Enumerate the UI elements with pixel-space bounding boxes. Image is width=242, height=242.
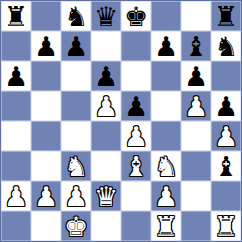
square-b3[interactable] <box>31 151 61 181</box>
black-bishop-piece[interactable]: ♝ <box>214 153 238 180</box>
white-pawn-piece[interactable]: ♟ <box>94 93 118 120</box>
black-rook-piece[interactable]: ♜ <box>214 3 238 30</box>
square-f5[interactable] <box>151 91 181 121</box>
square-g7[interactable]: ♝ <box>181 31 211 61</box>
square-a2[interactable]: ♟ <box>1 181 31 211</box>
square-c8[interactable]: ♞ <box>61 1 91 31</box>
white-bishop-piece[interactable]: ♝ <box>124 153 148 180</box>
square-b4[interactable] <box>31 121 61 151</box>
square-b2[interactable]: ♟ <box>31 181 61 211</box>
square-c4[interactable] <box>61 121 91 151</box>
square-h1[interactable]: ♜ <box>211 211 241 241</box>
square-f1[interactable]: ♜ <box>151 211 181 241</box>
black-knight-piece[interactable]: ♞ <box>214 33 238 60</box>
square-h5[interactable]: ♟ <box>211 91 241 121</box>
square-g1[interactable] <box>181 211 211 241</box>
white-knight-piece[interactable]: ♞ <box>64 153 88 180</box>
square-e3[interactable]: ♝ <box>121 151 151 181</box>
white-pawn-piece[interactable]: ♟ <box>214 123 238 150</box>
white-pawn-piece[interactable]: ♟ <box>184 93 208 120</box>
square-b7[interactable]: ♟ <box>31 31 61 61</box>
chess-board: ♜♞♛♚♜♟♟♟♝♞♟♟♟♟♟♟♟♟♟♞♝♞♝♟♟♟♛♟♚♜♜ <box>0 0 242 242</box>
square-c2[interactable]: ♟ <box>61 181 91 211</box>
square-c5[interactable] <box>61 91 91 121</box>
white-pawn-piece[interactable]: ♟ <box>4 183 28 210</box>
square-f3[interactable]: ♞ <box>151 151 181 181</box>
square-a3[interactable] <box>1 151 31 181</box>
square-a4[interactable] <box>1 121 31 151</box>
square-f6[interactable] <box>151 61 181 91</box>
square-a6[interactable]: ♟ <box>1 61 31 91</box>
black-bishop-piece[interactable]: ♝ <box>184 33 208 60</box>
black-pawn-piece[interactable]: ♟ <box>154 33 178 60</box>
square-g8[interactable] <box>181 1 211 31</box>
square-a7[interactable] <box>1 31 31 61</box>
square-c3[interactable]: ♞ <box>61 151 91 181</box>
white-queen-piece[interactable]: ♛ <box>94 183 118 210</box>
square-a1[interactable] <box>1 211 31 241</box>
black-rook-piece[interactable]: ♜ <box>4 3 28 30</box>
square-a5[interactable] <box>1 91 31 121</box>
square-h6[interactable] <box>211 61 241 91</box>
square-c1[interactable]: ♚ <box>61 211 91 241</box>
square-d2[interactable]: ♛ <box>91 181 121 211</box>
white-king-piece[interactable]: ♚ <box>64 213 88 240</box>
square-g4[interactable] <box>181 121 211 151</box>
square-b5[interactable] <box>31 91 61 121</box>
square-d6[interactable]: ♟ <box>91 61 121 91</box>
black-pawn-piece[interactable]: ♟ <box>34 33 58 60</box>
square-b8[interactable] <box>31 1 61 31</box>
black-pawn-piece[interactable]: ♟ <box>124 93 148 120</box>
square-f2[interactable]: ♟ <box>151 181 181 211</box>
square-b1[interactable] <box>31 211 61 241</box>
black-pawn-piece[interactable]: ♟ <box>94 63 118 90</box>
square-g3[interactable] <box>181 151 211 181</box>
white-pawn-piece[interactable]: ♟ <box>154 183 178 210</box>
square-d8[interactable]: ♛ <box>91 1 121 31</box>
square-f8[interactable] <box>151 1 181 31</box>
square-d7[interactable] <box>91 31 121 61</box>
square-h4[interactable]: ♟ <box>211 121 241 151</box>
square-e6[interactable] <box>121 61 151 91</box>
black-pawn-piece[interactable]: ♟ <box>184 63 208 90</box>
square-d1[interactable] <box>91 211 121 241</box>
white-rook-piece[interactable]: ♜ <box>214 213 238 240</box>
white-pawn-piece[interactable]: ♟ <box>64 183 88 210</box>
square-d5[interactable]: ♟ <box>91 91 121 121</box>
white-knight-piece[interactable]: ♞ <box>154 153 178 180</box>
square-d3[interactable] <box>91 151 121 181</box>
white-pawn-piece[interactable]: ♟ <box>34 183 58 210</box>
square-e1[interactable] <box>121 211 151 241</box>
black-pawn-piece[interactable]: ♟ <box>64 33 88 60</box>
black-pawn-piece[interactable]: ♟ <box>4 63 28 90</box>
white-pawn-piece[interactable]: ♟ <box>124 123 148 150</box>
white-rook-piece[interactable]: ♜ <box>154 213 178 240</box>
square-h7[interactable]: ♞ <box>211 31 241 61</box>
square-d4[interactable] <box>91 121 121 151</box>
black-king-piece[interactable]: ♚ <box>124 3 148 30</box>
square-f4[interactable] <box>151 121 181 151</box>
square-b6[interactable] <box>31 61 61 91</box>
square-g6[interactable]: ♟ <box>181 61 211 91</box>
square-e5[interactable]: ♟ <box>121 91 151 121</box>
black-queen-piece[interactable]: ♛ <box>94 3 118 30</box>
square-a8[interactable]: ♜ <box>1 1 31 31</box>
square-g5[interactable]: ♟ <box>181 91 211 121</box>
square-e7[interactable] <box>121 31 151 61</box>
square-c6[interactable] <box>61 61 91 91</box>
square-g2[interactable] <box>181 181 211 211</box>
black-pawn-piece[interactable]: ♟ <box>214 93 238 120</box>
square-c7[interactable]: ♟ <box>61 31 91 61</box>
square-e2[interactable] <box>121 181 151 211</box>
square-f7[interactable]: ♟ <box>151 31 181 61</box>
black-knight-piece[interactable]: ♞ <box>64 3 88 30</box>
square-e4[interactable]: ♟ <box>121 121 151 151</box>
square-e8[interactable]: ♚ <box>121 1 151 31</box>
square-h3[interactable]: ♝ <box>211 151 241 181</box>
square-h2[interactable] <box>211 181 241 211</box>
square-h8[interactable]: ♜ <box>211 1 241 31</box>
